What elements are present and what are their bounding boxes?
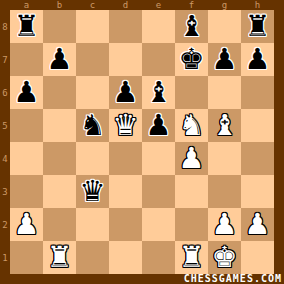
black-queen-c3[interactable]: ♛ bbox=[80, 175, 106, 208]
square-a1[interactable] bbox=[10, 241, 43, 274]
black-rook-a8[interactable]: ♜ bbox=[14, 10, 40, 43]
file-label-g: g bbox=[208, 0, 241, 10]
square-c1[interactable] bbox=[76, 241, 109, 274]
white-rook-b1[interactable]: ♜ bbox=[47, 241, 73, 274]
chess-board: ♜♝♜♟♚♟♟♟♟♝♞♛♟♞♝♟♛♟♟♟♜♜♚ bbox=[10, 10, 274, 274]
square-d7[interactable] bbox=[109, 43, 142, 76]
rank-label-7: 7 bbox=[0, 43, 10, 76]
square-d6[interactable]: ♟ bbox=[109, 76, 142, 109]
square-f5[interactable]: ♞ bbox=[175, 109, 208, 142]
white-pawn-f4[interactable]: ♟ bbox=[179, 142, 205, 175]
square-f7[interactable]: ♚ bbox=[175, 43, 208, 76]
square-b7[interactable]: ♟ bbox=[43, 43, 76, 76]
black-rook-h8[interactable]: ♜ bbox=[245, 10, 271, 43]
square-h3[interactable] bbox=[241, 175, 274, 208]
square-f6[interactable] bbox=[175, 76, 208, 109]
file-label-e: e bbox=[142, 0, 175, 10]
rank-label-4: 4 bbox=[0, 142, 10, 175]
square-f1[interactable]: ♜ bbox=[175, 241, 208, 274]
square-g4[interactable] bbox=[208, 142, 241, 175]
square-a2[interactable]: ♟ bbox=[10, 208, 43, 241]
square-e1[interactable] bbox=[142, 241, 175, 274]
square-g2[interactable]: ♟ bbox=[208, 208, 241, 241]
black-bishop-e6[interactable]: ♝ bbox=[146, 76, 172, 109]
square-d3[interactable] bbox=[109, 175, 142, 208]
white-king-g1[interactable]: ♚ bbox=[212, 241, 238, 274]
rank-label-8: 8 bbox=[0, 10, 10, 43]
square-g5[interactable]: ♝ bbox=[208, 109, 241, 142]
square-e6[interactable]: ♝ bbox=[142, 76, 175, 109]
square-a8[interactable]: ♜ bbox=[10, 10, 43, 43]
square-a4[interactable] bbox=[10, 142, 43, 175]
square-d2[interactable] bbox=[109, 208, 142, 241]
file-label-c: c bbox=[76, 0, 109, 10]
rank-label-6: 6 bbox=[0, 76, 10, 109]
white-knight-f5[interactable]: ♞ bbox=[179, 109, 205, 142]
square-h8[interactable]: ♜ bbox=[241, 10, 274, 43]
square-b2[interactable] bbox=[43, 208, 76, 241]
square-f4[interactable]: ♟ bbox=[175, 142, 208, 175]
square-c4[interactable] bbox=[76, 142, 109, 175]
square-f2[interactable] bbox=[175, 208, 208, 241]
square-h2[interactable]: ♟ bbox=[241, 208, 274, 241]
watermark: CHESSGAMES.COM bbox=[184, 274, 282, 284]
square-g3[interactable] bbox=[208, 175, 241, 208]
white-queen-d5[interactable]: ♛ bbox=[113, 109, 139, 142]
square-c3[interactable]: ♛ bbox=[76, 175, 109, 208]
black-pawn-d6[interactable]: ♟ bbox=[113, 76, 139, 109]
square-e4[interactable] bbox=[142, 142, 175, 175]
rank-label-1: 1 bbox=[0, 241, 10, 274]
square-a5[interactable] bbox=[10, 109, 43, 142]
square-e2[interactable] bbox=[142, 208, 175, 241]
square-f8[interactable]: ♝ bbox=[175, 10, 208, 43]
square-g8[interactable] bbox=[208, 10, 241, 43]
square-f3[interactable] bbox=[175, 175, 208, 208]
square-h6[interactable] bbox=[241, 76, 274, 109]
square-b4[interactable] bbox=[43, 142, 76, 175]
square-e8[interactable] bbox=[142, 10, 175, 43]
white-pawn-h2[interactable]: ♟ bbox=[245, 208, 271, 241]
square-b3[interactable] bbox=[43, 175, 76, 208]
white-pawn-g2[interactable]: ♟ bbox=[212, 208, 238, 241]
square-c8[interactable] bbox=[76, 10, 109, 43]
square-d8[interactable] bbox=[109, 10, 142, 43]
square-c6[interactable] bbox=[76, 76, 109, 109]
square-a3[interactable] bbox=[10, 175, 43, 208]
white-pawn-a2[interactable]: ♟ bbox=[14, 208, 40, 241]
square-e5[interactable]: ♟ bbox=[142, 109, 175, 142]
square-b5[interactable] bbox=[43, 109, 76, 142]
square-c2[interactable] bbox=[76, 208, 109, 241]
white-bishop-g5[interactable]: ♝ bbox=[212, 109, 238, 142]
square-b1[interactable]: ♜ bbox=[43, 241, 76, 274]
rank-labels: 87654321 bbox=[0, 10, 10, 274]
file-label-d: d bbox=[109, 0, 142, 10]
black-pawn-g7[interactable]: ♟ bbox=[212, 43, 238, 76]
square-h5[interactable] bbox=[241, 109, 274, 142]
black-pawn-b7[interactable]: ♟ bbox=[47, 43, 73, 76]
black-pawn-h7[interactable]: ♟ bbox=[245, 43, 271, 76]
rank-label-5: 5 bbox=[0, 109, 10, 142]
white-rook-f1[interactable]: ♜ bbox=[179, 241, 205, 274]
square-h7[interactable]: ♟ bbox=[241, 43, 274, 76]
file-label-b: b bbox=[43, 0, 76, 10]
square-a6[interactable]: ♟ bbox=[10, 76, 43, 109]
black-knight-c5[interactable]: ♞ bbox=[80, 109, 106, 142]
black-king-f7[interactable]: ♚ bbox=[179, 43, 205, 76]
square-d4[interactable] bbox=[109, 142, 142, 175]
square-a7[interactable] bbox=[10, 43, 43, 76]
black-bishop-f8[interactable]: ♝ bbox=[179, 10, 205, 43]
square-g7[interactable]: ♟ bbox=[208, 43, 241, 76]
square-d1[interactable] bbox=[109, 241, 142, 274]
square-h1[interactable] bbox=[241, 241, 274, 274]
black-pawn-a6[interactable]: ♟ bbox=[14, 76, 40, 109]
square-b8[interactable] bbox=[43, 10, 76, 43]
square-d5[interactable]: ♛ bbox=[109, 109, 142, 142]
square-c7[interactable] bbox=[76, 43, 109, 76]
square-e7[interactable] bbox=[142, 43, 175, 76]
square-b6[interactable] bbox=[43, 76, 76, 109]
rank-label-3: 3 bbox=[0, 175, 10, 208]
square-h4[interactable] bbox=[241, 142, 274, 175]
square-e3[interactable] bbox=[142, 175, 175, 208]
rank-label-2: 2 bbox=[0, 208, 10, 241]
square-g6[interactable] bbox=[208, 76, 241, 109]
square-c5[interactable]: ♞ bbox=[76, 109, 109, 142]
chess-board-frame: abcdefgh 87654321 ♜♝♜♟♚♟♟♟♟♝♞♛♟♞♝♟♛♟♟♟♜♜… bbox=[0, 0, 284, 284]
square-g1[interactable]: ♚ bbox=[208, 241, 241, 274]
black-pawn-e5[interactable]: ♟ bbox=[146, 109, 172, 142]
file-labels: abcdefgh bbox=[10, 0, 274, 10]
